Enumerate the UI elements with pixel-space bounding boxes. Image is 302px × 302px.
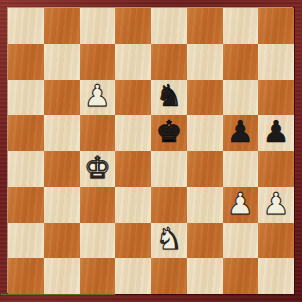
square-c4[interactable]: ♚: [80, 151, 116, 187]
square-f4[interactable]: [187, 151, 223, 187]
square-f2[interactable]: [187, 223, 223, 259]
square-a5[interactable]: [8, 115, 44, 151]
square-c8[interactable]: [80, 8, 116, 44]
square-a6[interactable]: [8, 80, 44, 116]
square-g6[interactable]: [223, 80, 259, 116]
square-g4[interactable]: [223, 151, 259, 187]
square-g8[interactable]: [223, 8, 259, 44]
square-h3[interactable]: ♟: [258, 187, 294, 223]
green-accent-line: [1, 294, 115, 295]
square-e4[interactable]: [151, 151, 187, 187]
square-h7[interactable]: [258, 44, 294, 80]
square-d6[interactable]: [115, 80, 151, 116]
square-b2[interactable]: [44, 223, 80, 259]
square-h8[interactable]: [258, 8, 294, 44]
square-c5[interactable]: [80, 115, 116, 151]
square-b5[interactable]: [44, 115, 80, 151]
square-h6[interactable]: [258, 80, 294, 116]
square-a7[interactable]: [8, 44, 44, 80]
square-d2[interactable]: [115, 223, 151, 259]
square-b1[interactable]: [44, 258, 80, 294]
square-e7[interactable]: [151, 44, 187, 80]
square-c1[interactable]: [80, 258, 116, 294]
square-a4[interactable]: [8, 151, 44, 187]
square-f3[interactable]: [187, 187, 223, 223]
square-c2[interactable]: [80, 223, 116, 259]
square-d4[interactable]: [115, 151, 151, 187]
square-f6[interactable]: [187, 80, 223, 116]
square-h1[interactable]: [258, 258, 294, 294]
square-g1[interactable]: [223, 258, 259, 294]
square-g5[interactable]: ♟: [223, 115, 259, 151]
square-a8[interactable]: [8, 8, 44, 44]
chess-board: ♟♞♚♟♟♚♟♟♞: [8, 8, 294, 294]
black-knight[interactable]: ♞: [155, 81, 182, 111]
square-e8[interactable]: [151, 8, 187, 44]
square-a3[interactable]: [8, 187, 44, 223]
square-b8[interactable]: [44, 8, 80, 44]
square-c6[interactable]: ♟: [80, 80, 116, 116]
square-a2[interactable]: [8, 223, 44, 259]
square-e1[interactable]: [151, 258, 187, 294]
square-e2[interactable]: ♞: [151, 223, 187, 259]
square-h4[interactable]: [258, 151, 294, 187]
square-d1[interactable]: [115, 258, 151, 294]
square-f5[interactable]: [187, 115, 223, 151]
square-g2[interactable]: [223, 223, 259, 259]
square-d5[interactable]: [115, 115, 151, 151]
white-king[interactable]: ♚: [84, 153, 111, 183]
square-a1[interactable]: [8, 258, 44, 294]
square-b3[interactable]: [44, 187, 80, 223]
square-g3[interactable]: ♟: [223, 187, 259, 223]
square-b6[interactable]: [44, 80, 80, 116]
white-pawn[interactable]: ♟: [84, 81, 111, 111]
square-e6[interactable]: ♞: [151, 80, 187, 116]
square-f7[interactable]: [187, 44, 223, 80]
square-d7[interactable]: [115, 44, 151, 80]
square-e5[interactable]: ♚: [151, 115, 187, 151]
black-pawn[interactable]: ♟: [263, 117, 290, 147]
square-c7[interactable]: [80, 44, 116, 80]
square-h2[interactable]: [258, 223, 294, 259]
white-pawn[interactable]: ♟: [227, 189, 254, 219]
black-pawn[interactable]: ♟: [227, 117, 254, 147]
white-pawn[interactable]: ♟: [263, 189, 290, 219]
square-b7[interactable]: [44, 44, 80, 80]
square-d8[interactable]: [115, 8, 151, 44]
square-d3[interactable]: [115, 187, 151, 223]
square-c3[interactable]: [80, 187, 116, 223]
square-e3[interactable]: [151, 187, 187, 223]
square-g7[interactable]: [223, 44, 259, 80]
square-b4[interactable]: [44, 151, 80, 187]
square-f1[interactable]: [187, 258, 223, 294]
chess-app: ♟♞♚♟♟♚♟♟♞: [0, 0, 302, 302]
square-h5[interactable]: ♟: [258, 115, 294, 151]
white-knight[interactable]: ♞: [155, 224, 182, 254]
black-king[interactable]: ♚: [155, 117, 182, 147]
square-f8[interactable]: [187, 8, 223, 44]
